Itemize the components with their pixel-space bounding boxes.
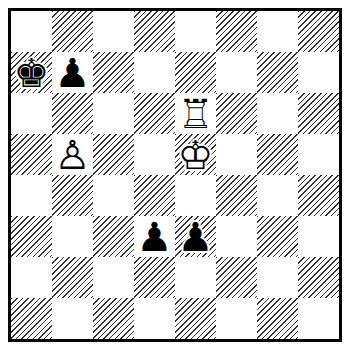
square-b8[interactable] bbox=[52, 11, 93, 52]
square-d8[interactable] bbox=[134, 11, 175, 52]
square-h7[interactable] bbox=[298, 52, 339, 93]
piece-glyph: ♟ bbox=[175, 216, 216, 257]
square-f3[interactable] bbox=[216, 216, 257, 257]
square-a1[interactable] bbox=[11, 298, 52, 339]
square-f7[interactable] bbox=[216, 52, 257, 93]
square-h1[interactable] bbox=[298, 298, 339, 339]
square-h6[interactable] bbox=[298, 93, 339, 134]
square-g6[interactable] bbox=[257, 93, 298, 134]
square-g2[interactable] bbox=[257, 257, 298, 298]
square-g8[interactable] bbox=[257, 11, 298, 52]
square-h4[interactable] bbox=[298, 175, 339, 216]
square-d7[interactable] bbox=[134, 52, 175, 93]
square-g5[interactable] bbox=[257, 134, 298, 175]
square-a2[interactable] bbox=[11, 257, 52, 298]
square-a5[interactable] bbox=[11, 134, 52, 175]
piece-glyph: ♟ bbox=[52, 52, 93, 93]
square-c4[interactable] bbox=[93, 175, 134, 216]
white-pawn-piece: ♟♙ bbox=[52, 134, 93, 175]
square-a6[interactable] bbox=[11, 93, 52, 134]
square-c2[interactable] bbox=[93, 257, 134, 298]
square-c5[interactable] bbox=[93, 134, 134, 175]
square-h3[interactable] bbox=[298, 216, 339, 257]
white-king-piece: ♚♔ bbox=[175, 134, 216, 175]
square-b5[interactable]: ♟♙ bbox=[52, 134, 93, 175]
piece-glyph: ♟ bbox=[134, 216, 175, 257]
square-h2[interactable] bbox=[298, 257, 339, 298]
square-d3[interactable]: ♟♟ bbox=[134, 216, 175, 257]
square-d2[interactable] bbox=[134, 257, 175, 298]
square-b6[interactable] bbox=[52, 93, 93, 134]
chess-board: ♚♚♟♟♜♖♟♙♚♔♟♟♟♟ bbox=[11, 11, 339, 339]
square-g4[interactable] bbox=[257, 175, 298, 216]
square-f8[interactable] bbox=[216, 11, 257, 52]
square-e4[interactable] bbox=[175, 175, 216, 216]
piece-glyph: ♔ bbox=[175, 134, 216, 175]
square-d4[interactable] bbox=[134, 175, 175, 216]
square-b2[interactable] bbox=[52, 257, 93, 298]
square-f1[interactable] bbox=[216, 298, 257, 339]
square-g3[interactable] bbox=[257, 216, 298, 257]
square-c7[interactable] bbox=[93, 52, 134, 93]
square-e6[interactable]: ♜♖ bbox=[175, 93, 216, 134]
square-b1[interactable] bbox=[52, 298, 93, 339]
black-pawn-piece: ♟♟ bbox=[134, 216, 175, 257]
square-d5[interactable] bbox=[134, 134, 175, 175]
square-f4[interactable] bbox=[216, 175, 257, 216]
square-a8[interactable] bbox=[11, 11, 52, 52]
square-d6[interactable] bbox=[134, 93, 175, 134]
square-e5[interactable]: ♚♔ bbox=[175, 134, 216, 175]
square-e1[interactable] bbox=[175, 298, 216, 339]
piece-glyph: ♚ bbox=[11, 52, 52, 93]
black-pawn-piece: ♟♟ bbox=[175, 216, 216, 257]
square-c3[interactable] bbox=[93, 216, 134, 257]
square-h5[interactable] bbox=[298, 134, 339, 175]
square-a7[interactable]: ♚♚ bbox=[11, 52, 52, 93]
chess-diagram: ♚♚♟♟♜♖♟♙♚♔♟♟♟♟ bbox=[8, 8, 342, 342]
square-b3[interactable] bbox=[52, 216, 93, 257]
square-h8[interactable] bbox=[298, 11, 339, 52]
square-c6[interactable] bbox=[93, 93, 134, 134]
square-e8[interactable] bbox=[175, 11, 216, 52]
square-a3[interactable] bbox=[11, 216, 52, 257]
black-king-piece: ♚♚ bbox=[11, 52, 52, 93]
square-c1[interactable] bbox=[93, 298, 134, 339]
white-rook-piece: ♜♖ bbox=[175, 93, 216, 134]
square-g1[interactable] bbox=[257, 298, 298, 339]
square-a4[interactable] bbox=[11, 175, 52, 216]
square-d1[interactable] bbox=[134, 298, 175, 339]
square-b4[interactable] bbox=[52, 175, 93, 216]
square-e7[interactable] bbox=[175, 52, 216, 93]
square-b7[interactable]: ♟♟ bbox=[52, 52, 93, 93]
square-f6[interactable] bbox=[216, 93, 257, 134]
square-e3[interactable]: ♟♟ bbox=[175, 216, 216, 257]
black-pawn-piece: ♟♟ bbox=[52, 52, 93, 93]
piece-glyph: ♙ bbox=[52, 134, 93, 175]
square-c8[interactable] bbox=[93, 11, 134, 52]
piece-glyph: ♖ bbox=[175, 93, 216, 134]
board-frame: ♚♚♟♟♜♖♟♙♚♔♟♟♟♟ bbox=[8, 8, 342, 342]
square-g7[interactable] bbox=[257, 52, 298, 93]
square-e2[interactable] bbox=[175, 257, 216, 298]
square-f5[interactable] bbox=[216, 134, 257, 175]
square-f2[interactable] bbox=[216, 257, 257, 298]
